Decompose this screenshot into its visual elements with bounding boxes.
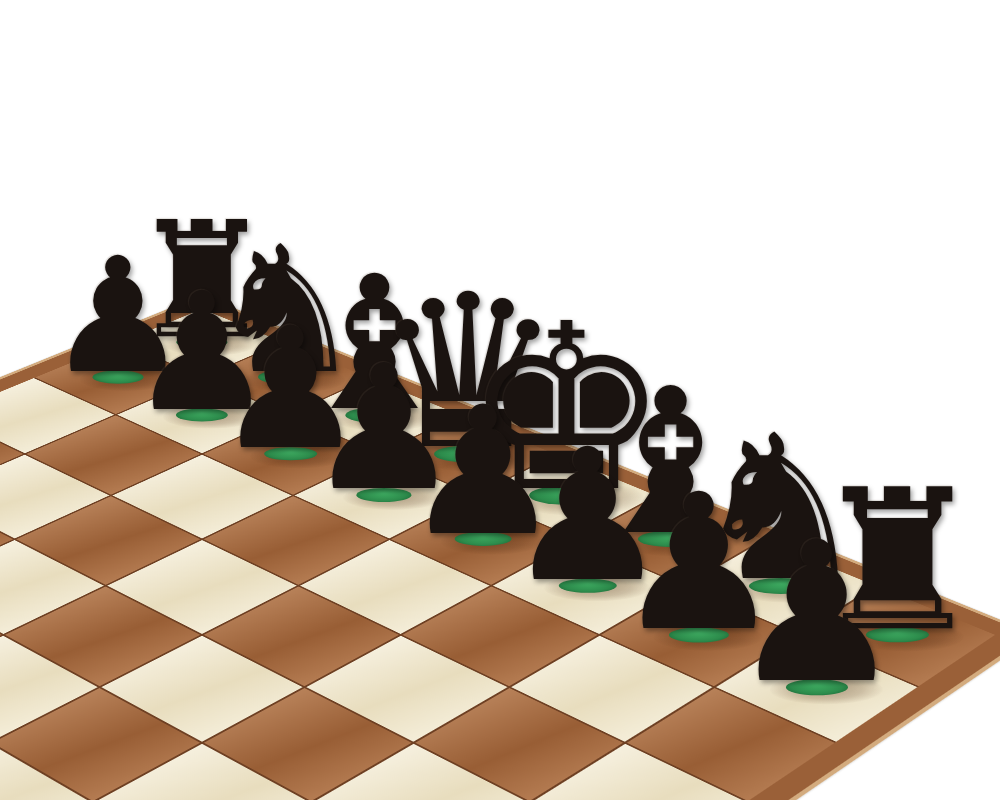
chessboard-grid <box>0 309 995 800</box>
chessboard <box>0 295 1000 800</box>
scene: ♜♞♝♛♚♝♞♜♟♟♟♟♟♟♟♟ <box>0 0 1000 800</box>
